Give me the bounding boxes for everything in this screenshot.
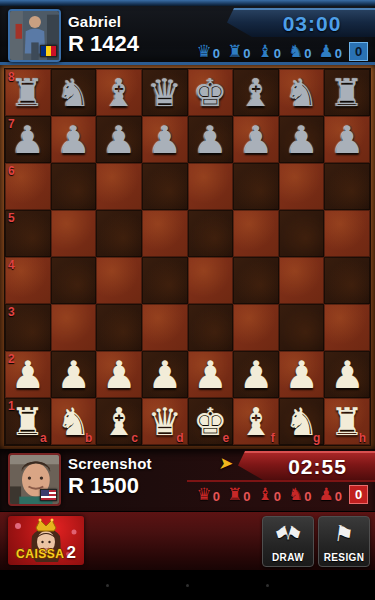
piece-black-pawn[interactable]: ♟ [11, 121, 45, 159]
opponent-clock: 03:00 [227, 8, 375, 37]
opponent-clock-time: 03:00 [283, 12, 342, 36]
square-c3[interactable] [96, 304, 142, 351]
square-f8[interactable]: ♝ [233, 69, 279, 116]
square-a3[interactable]: 3 [5, 304, 51, 351]
square-d5[interactable] [142, 210, 188, 257]
square-a6[interactable]: 6 [5, 163, 51, 210]
square-h8[interactable]: ♜ [324, 69, 370, 116]
captured-bishop-item: ♝0 [258, 486, 281, 503]
square-c2[interactable]: ♟ [96, 351, 142, 398]
square-h7[interactable]: ♟ [324, 116, 370, 163]
square-g2[interactable]: ♟ [279, 351, 325, 398]
square-f7[interactable]: ♟ [233, 116, 279, 163]
nav-dot-icon[interactable] [186, 584, 189, 587]
piece-black-pawn[interactable]: ♟ [148, 121, 182, 159]
square-d1[interactable]: d♛ [142, 398, 188, 445]
usa-flag-badge [40, 489, 57, 501]
captured-bishop-item: ♝0 [258, 43, 281, 60]
square-f2[interactable]: ♟ [233, 351, 279, 398]
square-h4[interactable] [324, 257, 370, 304]
captured-bishop-count: 0 [274, 490, 281, 503]
piece-black-rook[interactable]: ♜ [330, 74, 364, 112]
resign-button[interactable]: ⚑ RESIGN [318, 516, 370, 567]
square-a8[interactable]: 8♜ [5, 69, 51, 116]
player-panel: Screenshot R 1500 ➤ 02:55 ♛0♜0♝0♞0♟00 [0, 449, 375, 511]
piece-black-knight[interactable]: ♞ [285, 74, 319, 112]
square-h6[interactable] [324, 163, 370, 210]
square-h3[interactable] [324, 304, 370, 351]
android-nav-bar [0, 570, 375, 600]
app-screen: Gabriel R 1424 03:00 ♛0♜0♝0♞0♟00 8♜♞♝♛♚♝… [0, 0, 375, 600]
square-e2[interactable]: ♟ [188, 351, 234, 398]
piece-white-knight[interactable]: ♞ [56, 403, 90, 441]
queen-icon: ♛ [197, 43, 212, 60]
caissa-label: CAISSA 2 [8, 543, 84, 563]
piece-white-king[interactable]: ♚ [193, 403, 227, 441]
square-e6[interactable] [188, 163, 234, 210]
square-e1[interactable]: e♚ [188, 398, 234, 445]
piece-white-rook[interactable]: ♜ [11, 403, 45, 441]
crossed-flags-icon: ⚑⚑ [274, 517, 301, 552]
square-d6[interactable] [142, 163, 188, 210]
piece-white-pawn[interactable]: ♟ [11, 356, 45, 394]
square-f4[interactable] [233, 257, 279, 304]
piece-white-pawn[interactable]: ♟ [330, 356, 364, 394]
square-h1[interactable]: h♜ [324, 398, 370, 445]
square-f6[interactable] [233, 163, 279, 210]
piece-black-pawn[interactable]: ♟ [102, 121, 136, 159]
square-g8[interactable]: ♞ [279, 69, 325, 116]
resign-button-label: RESIGN [324, 552, 365, 563]
square-g6[interactable] [279, 163, 325, 210]
square-b3[interactable] [51, 304, 97, 351]
draw-button-label: DRAW [272, 552, 304, 563]
player-captured-row: ♛0♜0♝0♞0♟00 [197, 483, 368, 506]
square-d2[interactable]: ♟ [142, 351, 188, 398]
rank-label-4: 4 [8, 258, 15, 272]
piece-white-pawn[interactable]: ♟ [56, 356, 90, 394]
square-b8[interactable]: ♞ [51, 69, 97, 116]
piece-white-pawn[interactable]: ♟ [193, 356, 227, 394]
action-bar: CAISSA 2 ⚑⚑ DRAW ⚑ RESIGN [0, 511, 375, 570]
captured-pawn-item: ♟0 [319, 43, 342, 60]
bishop-icon: ♝ [258, 43, 273, 60]
captured-pawn-count: 0 [335, 47, 342, 60]
captured-queen-count: 0 [213, 47, 220, 60]
resign-flag-icon: ⚑ [334, 517, 354, 552]
board-frame: 8♜♞♝♛♚♝♞♜7♟♟♟♟♟♟♟♟65432♟♟♟♟♟♟♟♟1a♜b♞c♝d♛… [0, 65, 375, 449]
rank-label-5: 5 [8, 211, 15, 225]
romania-flag-badge [40, 45, 57, 57]
square-d4[interactable] [142, 257, 188, 304]
player-score-box: 0 [349, 485, 368, 504]
nav-dot-icon[interactable] [266, 584, 269, 587]
square-f3[interactable] [233, 304, 279, 351]
board-grid: 8♜♞♝♛♚♝♞♜7♟♟♟♟♟♟♟♟65432♟♟♟♟♟♟♟♟1a♜b♞c♝d♛… [5, 69, 370, 445]
rank-label-3: 3 [8, 305, 15, 319]
caissa-number: 2 [66, 543, 75, 563]
player-info: Screenshot R 1500 [68, 455, 152, 499]
piece-black-king[interactable]: ♚ [193, 74, 227, 112]
action-buttons: ⚑⚑ DRAW ⚑ RESIGN [262, 516, 370, 567]
square-a5[interactable]: 5 [5, 210, 51, 257]
piece-black-queen[interactable]: ♛ [148, 74, 182, 112]
square-g4[interactable] [279, 257, 325, 304]
square-f5[interactable] [233, 210, 279, 257]
square-h2[interactable]: ♟ [324, 351, 370, 398]
opponent-info: Gabriel R 1424 [68, 13, 139, 57]
player-rating: R 1500 [68, 473, 152, 499]
piece-black-bishop[interactable]: ♝ [102, 74, 136, 112]
square-e4[interactable] [188, 257, 234, 304]
captured-knight-count: 0 [304, 490, 311, 503]
piece-black-pawn[interactable]: ♟ [285, 121, 319, 159]
square-c8[interactable]: ♝ [96, 69, 142, 116]
piece-white-pawn[interactable]: ♟ [148, 356, 182, 394]
piece-white-pawn[interactable]: ♟ [239, 356, 273, 394]
square-e3[interactable] [188, 304, 234, 351]
pawn-icon: ♟ [319, 486, 334, 503]
square-e5[interactable] [188, 210, 234, 257]
square-f1[interactable]: f♝ [233, 398, 279, 445]
piece-black-pawn[interactable]: ♟ [239, 121, 273, 159]
square-h5[interactable] [324, 210, 370, 257]
square-c1[interactable]: c♝ [96, 398, 142, 445]
piece-white-knight[interactable]: ♞ [285, 403, 319, 441]
rank-label-6: 6 [8, 164, 15, 178]
opponent-score-box: 0 [349, 42, 368, 61]
player-clock: 02:55 [238, 451, 375, 480]
square-g7[interactable]: ♟ [279, 116, 325, 163]
caissa-banner[interactable]: CAISSA 2 [8, 516, 84, 565]
square-e8[interactable]: ♚ [188, 69, 234, 116]
square-d8[interactable]: ♛ [142, 69, 188, 116]
knight-icon: ♞ [288, 43, 303, 60]
square-g1[interactable]: g♞ [279, 398, 325, 445]
captured-knight-item: ♞0 [288, 486, 311, 503]
knight-icon: ♞ [288, 486, 303, 503]
pawn-icon: ♟ [319, 43, 334, 60]
captured-rook-count: 0 [243, 490, 250, 503]
captured-queen-item: ♛0 [197, 486, 220, 503]
captured-knight-item: ♞0 [288, 43, 311, 60]
square-c6[interactable] [96, 163, 142, 210]
opponent-captured-row: ♛0♜0♝0♞0♟00 [197, 40, 368, 63]
square-e7[interactable]: ♟ [188, 116, 234, 163]
captured-rook-item: ♜0 [227, 43, 250, 60]
square-a7[interactable]: 7♟ [5, 116, 51, 163]
captured-queen-item: ♛0 [197, 43, 220, 60]
bishop-icon: ♝ [258, 486, 273, 503]
square-a4[interactable]: 4 [5, 257, 51, 304]
square-b7[interactable]: ♟ [51, 116, 97, 163]
square-c4[interactable] [96, 257, 142, 304]
square-b6[interactable] [51, 163, 97, 210]
opponent-avatar[interactable] [8, 9, 61, 62]
captured-rook-count: 0 [243, 47, 250, 60]
piece-black-pawn[interactable]: ♟ [56, 121, 90, 159]
player-avatar[interactable] [8, 453, 61, 506]
queen-icon: ♛ [197, 486, 212, 503]
piece-black-knight[interactable]: ♞ [56, 74, 90, 112]
square-b5[interactable] [51, 210, 97, 257]
rook-icon: ♜ [227, 43, 242, 60]
piece-white-queen[interactable]: ♛ [148, 403, 182, 441]
clock-underline [187, 480, 375, 482]
square-b2[interactable]: ♟ [51, 351, 97, 398]
draw-button[interactable]: ⚑⚑ DRAW [262, 516, 314, 567]
square-d3[interactable] [142, 304, 188, 351]
piece-black-rook[interactable]: ♜ [11, 74, 45, 112]
captured-pawn-item: ♟0 [319, 486, 342, 503]
square-a2[interactable]: 2♟ [5, 351, 51, 398]
captured-pawn-count: 0 [335, 490, 342, 503]
rook-icon: ♜ [227, 486, 242, 503]
turn-indicator-arrow: ➤ [217, 453, 234, 474]
piece-white-rook[interactable]: ♜ [330, 403, 364, 441]
opponent-rating: R 1424 [68, 31, 139, 57]
square-g5[interactable] [279, 210, 325, 257]
nav-dot-icon[interactable] [106, 584, 109, 587]
piece-black-pawn[interactable]: ♟ [330, 121, 364, 159]
piece-white-pawn[interactable]: ♟ [102, 356, 136, 394]
square-c5[interactable] [96, 210, 142, 257]
caissa-title: CAISSA [16, 547, 64, 561]
captured-bishop-count: 0 [274, 47, 281, 60]
square-b1[interactable]: b♞ [51, 398, 97, 445]
piece-black-bishop[interactable]: ♝ [239, 74, 273, 112]
piece-black-pawn[interactable]: ♟ [193, 121, 227, 159]
opponent-panel: Gabriel R 1424 03:00 ♛0♜0♝0♞0♟00 [0, 6, 375, 65]
piece-white-bishop[interactable]: ♝ [239, 403, 273, 441]
captured-queen-count: 0 [213, 490, 220, 503]
captured-knight-count: 0 [304, 47, 311, 60]
square-a1[interactable]: 1a♜ [5, 398, 51, 445]
player-name: Screenshot [68, 455, 152, 472]
piece-white-bishop[interactable]: ♝ [102, 403, 136, 441]
piece-white-pawn[interactable]: ♟ [285, 356, 319, 394]
square-g3[interactable] [279, 304, 325, 351]
opponent-name: Gabriel [68, 13, 139, 30]
player-clock-time: 02:55 [288, 455, 347, 479]
square-c7[interactable]: ♟ [96, 116, 142, 163]
captured-rook-item: ♜0 [227, 486, 250, 503]
square-d7[interactable]: ♟ [142, 116, 188, 163]
square-b4[interactable] [51, 257, 97, 304]
